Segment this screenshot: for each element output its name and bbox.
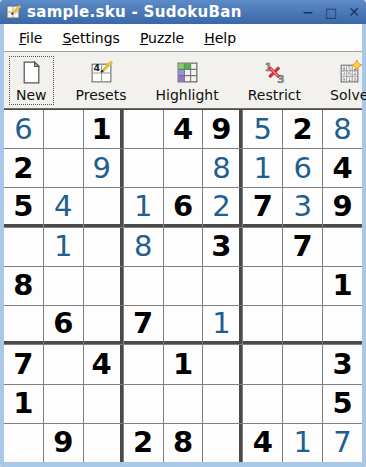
cell-r1c8[interactable]: 2 bbox=[283, 110, 322, 148]
cell-r8c2[interactable] bbox=[44, 385, 83, 423]
cell-r4c9[interactable] bbox=[323, 228, 362, 266]
sudoku-board: 6149528298164541627391837816717413159284… bbox=[4, 109, 362, 462]
svg-text:4: 4 bbox=[342, 65, 345, 70]
cell-r9c8[interactable]: 1 bbox=[283, 424, 322, 462]
window-controls: − □ ✕ bbox=[302, 5, 360, 19]
toolbar-button-highlight[interactable]: Highlight bbox=[149, 56, 226, 105]
solve-grid-star-icon: 452 362 918 bbox=[337, 60, 362, 85]
cell-r5c7[interactable] bbox=[243, 267, 282, 305]
cell-r1c3[interactable]: 1 bbox=[84, 110, 123, 148]
cell-r7c9[interactable]: 3 bbox=[323, 345, 362, 383]
app-icon bbox=[6, 4, 22, 20]
window-body: File Settings Puzzle Help New bbox=[4, 24, 362, 462]
cell-r2c7[interactable]: 1 bbox=[243, 149, 282, 187]
cell-r8c5[interactable] bbox=[164, 385, 203, 423]
cell-r2c2[interactable] bbox=[44, 149, 83, 187]
cell-r2c1[interactable]: 2 bbox=[4, 149, 43, 187]
svg-text:3: 3 bbox=[342, 71, 345, 76]
menubar: File Settings Puzzle Help bbox=[4, 24, 362, 52]
menu-item-settings[interactable]: Settings bbox=[52, 26, 129, 50]
cell-r7c3[interactable]: 4 bbox=[84, 345, 123, 383]
cell-r9c4[interactable]: 2 bbox=[124, 424, 163, 462]
cell-r1c9[interactable]: 8 bbox=[323, 110, 362, 148]
cell-r3c9[interactable]: 9 bbox=[323, 188, 362, 226]
restrict-numbers-x-icon: 1 3 bbox=[262, 60, 287, 85]
cell-r8c6[interactable] bbox=[203, 385, 242, 423]
toolbar-button-label: Restrict bbox=[248, 87, 301, 103]
toolbar-button-label: Presets bbox=[76, 87, 127, 103]
cell-r5c5[interactable] bbox=[164, 267, 203, 305]
svg-text:9: 9 bbox=[342, 76, 345, 81]
cell-r7c6[interactable] bbox=[203, 345, 242, 383]
svg-text:4: 4 bbox=[93, 62, 100, 73]
cell-r8c7[interactable] bbox=[243, 385, 282, 423]
cell-r8c8[interactable] bbox=[283, 385, 322, 423]
cell-r1c5[interactable]: 4 bbox=[164, 110, 203, 148]
cell-r3c8[interactable]: 3 bbox=[283, 188, 322, 226]
new-page-icon bbox=[19, 60, 44, 85]
menu-item-puzzle[interactable]: Puzzle bbox=[130, 26, 194, 50]
cell-r3c6[interactable]: 2 bbox=[203, 188, 242, 226]
svg-text:8: 8 bbox=[353, 76, 356, 81]
cell-r4c7[interactable] bbox=[243, 228, 282, 266]
cell-r8c3[interactable] bbox=[84, 385, 123, 423]
toolbar-button-label: Solve bbox=[330, 87, 366, 103]
toolbar-button-restrict[interactable]: 1 3 Restrict bbox=[241, 56, 308, 105]
cell-r4c8[interactable]: 7 bbox=[283, 228, 322, 266]
cell-r1c1[interactable]: 6 bbox=[4, 110, 43, 148]
cell-r3c7[interactable]: 7 bbox=[243, 188, 282, 226]
cell-r2c9[interactable]: 4 bbox=[323, 149, 362, 187]
svg-text:2: 2 bbox=[353, 71, 356, 76]
menu-item-help[interactable]: Help bbox=[194, 26, 246, 50]
cell-r7c2[interactable] bbox=[44, 345, 83, 383]
minimize-button[interactable]: − bbox=[302, 5, 314, 19]
cell-r3c1[interactable]: 5 bbox=[4, 188, 43, 226]
cell-r9c7[interactable]: 4 bbox=[243, 424, 282, 462]
cell-r3c2[interactable]: 4 bbox=[44, 188, 83, 226]
presets-grid-pencil-icon: 4 bbox=[89, 60, 114, 85]
cell-r6c7[interactable] bbox=[243, 306, 282, 344]
cell-r7c7[interactable] bbox=[243, 345, 282, 383]
svg-text:5: 5 bbox=[348, 65, 351, 70]
cell-r8c1[interactable]: 1 bbox=[4, 385, 43, 423]
cell-r6c2[interactable]: 6 bbox=[44, 306, 83, 344]
cell-r4c1[interactable] bbox=[4, 228, 43, 266]
cell-r6c5[interactable] bbox=[164, 306, 203, 344]
cell-r5c1[interactable]: 8 bbox=[4, 267, 43, 305]
cell-r4c4[interactable]: 8 bbox=[124, 228, 163, 266]
cell-r3c4[interactable]: 1 bbox=[124, 188, 163, 226]
cell-r6c8[interactable] bbox=[283, 306, 322, 344]
cell-r1c6[interactable]: 9 bbox=[203, 110, 242, 148]
cell-r2c3[interactable]: 9 bbox=[84, 149, 123, 187]
cell-r6c9[interactable] bbox=[323, 306, 362, 344]
cell-r2c8[interactable]: 6 bbox=[283, 149, 322, 187]
svg-text:1: 1 bbox=[348, 76, 351, 81]
cell-r5c9[interactable]: 1 bbox=[323, 267, 362, 305]
cell-r8c4[interactable] bbox=[124, 385, 163, 423]
toolbar-button-presets[interactable]: 4 Presets bbox=[69, 56, 134, 105]
toolbar-button-new[interactable]: New bbox=[9, 56, 54, 105]
cell-r4c6[interactable]: 3 bbox=[203, 228, 242, 266]
cell-r3c5[interactable]: 6 bbox=[164, 188, 203, 226]
toolbar-button-solve[interactable]: 452 362 918 Solve bbox=[323, 56, 366, 105]
cell-r4c5[interactable] bbox=[164, 228, 203, 266]
cell-r7c5[interactable]: 1 bbox=[164, 345, 203, 383]
cell-r6c6[interactable]: 1 bbox=[203, 306, 242, 344]
cell-r5c4[interactable] bbox=[124, 267, 163, 305]
cell-r5c6[interactable] bbox=[203, 267, 242, 305]
titlebar: sample.sku - SudokuBan − □ ✕ bbox=[0, 0, 366, 24]
window-title: sample.sku - SudokuBan bbox=[27, 3, 297, 21]
cell-r6c4[interactable]: 7 bbox=[124, 306, 163, 344]
toolbar-button-label: Highlight bbox=[156, 87, 219, 103]
cell-r5c3[interactable] bbox=[84, 267, 123, 305]
cell-r4c3[interactable] bbox=[84, 228, 123, 266]
cell-r5c8[interactable] bbox=[283, 267, 322, 305]
toolbar: New 4 Presets bbox=[4, 52, 362, 109]
maximize-button[interactable]: □ bbox=[325, 6, 337, 19]
svg-text:6: 6 bbox=[348, 71, 351, 76]
close-button[interactable]: ✕ bbox=[348, 5, 360, 19]
cell-r9c2[interactable]: 9 bbox=[44, 424, 83, 462]
cell-r9c6[interactable] bbox=[203, 424, 242, 462]
cell-r9c1[interactable] bbox=[4, 424, 43, 462]
menu-item-file[interactable]: File bbox=[9, 26, 52, 50]
cell-r9c5[interactable]: 8 bbox=[164, 424, 203, 462]
cell-r2c4[interactable] bbox=[124, 149, 163, 187]
cell-r8c9[interactable]: 5 bbox=[323, 385, 362, 423]
app-window: sample.sku - SudokuBan − □ ✕ File Settin… bbox=[0, 0, 366, 467]
cell-r1c4[interactable] bbox=[124, 110, 163, 148]
cell-r4c2[interactable]: 1 bbox=[44, 228, 83, 266]
cell-r7c8[interactable] bbox=[283, 345, 322, 383]
cell-r2c6[interactable]: 8 bbox=[203, 149, 242, 187]
cell-r1c2[interactable] bbox=[44, 110, 83, 148]
highlight-colored-grid-icon bbox=[175, 60, 200, 85]
cell-r2c5[interactable] bbox=[164, 149, 203, 187]
cell-r1c7[interactable]: 5 bbox=[243, 110, 282, 148]
cell-r7c4[interactable] bbox=[124, 345, 163, 383]
cell-r3c3[interactable] bbox=[84, 188, 123, 226]
cell-r6c3[interactable] bbox=[84, 306, 123, 344]
cell-r9c3[interactable] bbox=[84, 424, 123, 462]
toolbar-button-label: New bbox=[16, 87, 47, 103]
cell-r7c1[interactable]: 7 bbox=[4, 345, 43, 383]
cell-r5c2[interactable] bbox=[44, 267, 83, 305]
cell-r9c9[interactable]: 7 bbox=[323, 424, 362, 462]
cell-r6c1[interactable] bbox=[4, 306, 43, 344]
